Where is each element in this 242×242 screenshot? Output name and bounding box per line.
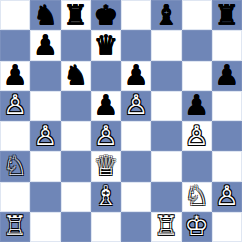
square-f3[interactable] (151, 151, 181, 181)
square-b5[interactable] (30, 91, 60, 121)
piece-black-rook: ♜ (64, 1, 88, 28)
piece-black-pawn: ♟ (94, 91, 118, 118)
square-d6[interactable] (91, 61, 121, 91)
square-d3[interactable]: ♕ (91, 151, 121, 181)
square-g2[interactable]: ♘ (182, 182, 212, 212)
square-h1[interactable] (212, 212, 242, 242)
square-h3[interactable] (212, 151, 242, 181)
square-d8[interactable]: ♚ (91, 0, 121, 30)
square-c5[interactable] (61, 91, 91, 121)
square-c4[interactable] (61, 121, 91, 151)
square-f1[interactable]: ♖ (151, 212, 181, 242)
piece-white-pawn: ♙ (33, 122, 57, 149)
square-g7[interactable] (182, 30, 212, 60)
piece-black-pawn: ♟ (185, 91, 209, 118)
square-a3[interactable]: ♘ (0, 151, 30, 181)
square-c2[interactable] (61, 182, 91, 212)
piece-white-knight: ♘ (3, 152, 27, 179)
square-e1[interactable] (121, 212, 151, 242)
square-f5[interactable] (151, 91, 181, 121)
square-f7[interactable] (151, 30, 181, 60)
piece-white-knight: ♘ (185, 182, 209, 209)
square-c1[interactable] (61, 212, 91, 242)
square-a7[interactable] (0, 30, 30, 60)
square-g5[interactable]: ♟ (182, 91, 212, 121)
square-f8[interactable]: ♝ (151, 0, 181, 30)
square-b7[interactable]: ♟ (30, 30, 60, 60)
square-g6[interactable] (182, 61, 212, 91)
square-c8[interactable]: ♜ (61, 0, 91, 30)
square-e3[interactable] (121, 151, 151, 181)
square-b2[interactable] (30, 182, 60, 212)
chess-board: ♞♜♚♝♜♟♛♟♞♟♟♙♟♙♟♙♙♙♘♕♗♘♙♖♖♔ (0, 0, 242, 242)
square-a1[interactable]: ♖ (0, 212, 30, 242)
square-c3[interactable] (61, 151, 91, 181)
square-e6[interactable]: ♟ (121, 61, 151, 91)
square-d1[interactable] (91, 212, 121, 242)
square-e4[interactable] (121, 121, 151, 151)
piece-white-pawn: ♙ (215, 182, 239, 209)
piece-white-rook: ♖ (154, 212, 178, 239)
piece-black-rook: ♜ (215, 1, 239, 28)
square-b6[interactable] (30, 61, 60, 91)
square-g1[interactable]: ♔ (182, 212, 212, 242)
piece-black-queen: ♛ (94, 31, 118, 58)
square-c7[interactable] (61, 30, 91, 60)
piece-black-knight: ♞ (33, 1, 57, 28)
piece-black-bishop: ♝ (154, 1, 178, 28)
chess-board-container: ♞♜♚♝♜♟♛♟♞♟♟♙♟♙♟♙♙♙♘♕♗♘♙♖♖♔ (0, 0, 242, 242)
piece-black-knight: ♞ (64, 61, 88, 88)
square-e7[interactable] (121, 30, 151, 60)
square-g8[interactable] (182, 0, 212, 30)
piece-black-pawn: ♟ (3, 61, 27, 88)
piece-white-pawn: ♙ (124, 91, 148, 118)
square-e5[interactable]: ♙ (121, 91, 151, 121)
square-a8[interactable] (0, 0, 30, 30)
piece-white-pawn: ♙ (3, 91, 27, 118)
square-b1[interactable] (30, 212, 60, 242)
square-d2[interactable]: ♗ (91, 182, 121, 212)
square-f4[interactable] (151, 121, 181, 151)
square-h5[interactable] (212, 91, 242, 121)
piece-white-rook: ♖ (3, 212, 27, 239)
square-g3[interactable] (182, 151, 212, 181)
piece-white-queen: ♕ (94, 152, 118, 179)
piece-white-pawn: ♙ (94, 122, 118, 149)
square-e2[interactable] (121, 182, 151, 212)
square-f6[interactable] (151, 61, 181, 91)
square-h7[interactable] (212, 30, 242, 60)
piece-black-pawn: ♟ (215, 61, 239, 88)
piece-white-king: ♔ (185, 212, 209, 239)
square-a6[interactable]: ♟ (0, 61, 30, 91)
piece-black-pawn: ♟ (33, 31, 57, 58)
square-a2[interactable] (0, 182, 30, 212)
piece-white-pawn: ♙ (185, 122, 209, 149)
square-d4[interactable]: ♙ (91, 121, 121, 151)
square-a4[interactable] (0, 121, 30, 151)
square-h4[interactable] (212, 121, 242, 151)
square-b8[interactable]: ♞ (30, 0, 60, 30)
square-g4[interactable]: ♙ (182, 121, 212, 151)
square-d7[interactable]: ♛ (91, 30, 121, 60)
square-h6[interactable]: ♟ (212, 61, 242, 91)
square-f2[interactable] (151, 182, 181, 212)
piece-white-bishop: ♗ (94, 182, 118, 209)
square-e8[interactable] (121, 0, 151, 30)
square-b4[interactable]: ♙ (30, 121, 60, 151)
square-a5[interactable]: ♙ (0, 91, 30, 121)
piece-black-king: ♚ (94, 1, 118, 28)
square-d5[interactable]: ♟ (91, 91, 121, 121)
square-h2[interactable]: ♙ (212, 182, 242, 212)
square-c6[interactable]: ♞ (61, 61, 91, 91)
square-h8[interactable]: ♜ (212, 0, 242, 30)
piece-black-pawn: ♟ (124, 61, 148, 88)
square-b3[interactable] (30, 151, 60, 181)
